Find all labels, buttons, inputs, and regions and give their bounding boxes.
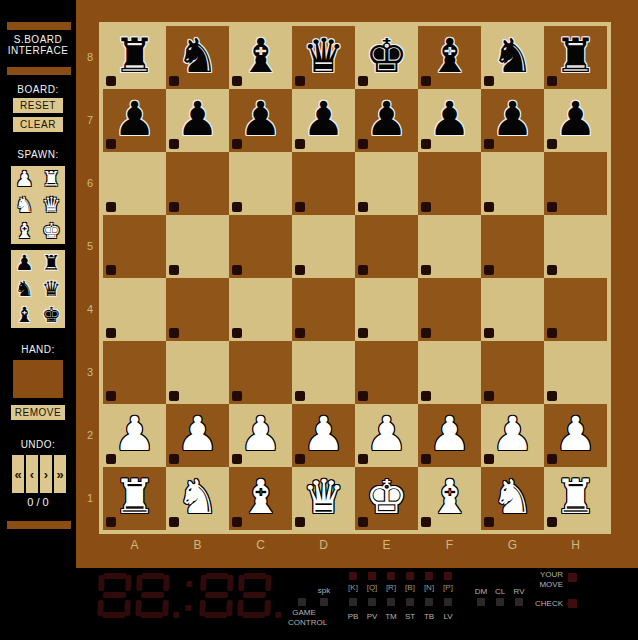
square-h3[interactable]: [544, 341, 607, 404]
title-divider-bottom: [7, 67, 71, 75]
square-marker: [295, 391, 305, 401]
square-d3[interactable]: [292, 341, 355, 404]
square-e7[interactable]: ♟: [355, 89, 418, 152]
square-d4[interactable]: [292, 278, 355, 341]
square-marker: [358, 202, 368, 212]
file-labels: ABCDEFGH: [103, 538, 607, 552]
option-mode-label: PV: [362, 612, 382, 621]
spawn-black-bishop[interactable]: ♝: [11, 302, 38, 328]
clock-digit-1: [97, 573, 132, 618]
square-marker: [106, 202, 116, 212]
square-f6[interactable]: [418, 152, 481, 215]
square-e8[interactable]: ♚: [355, 26, 418, 89]
spawn-piece-glyph: ♟: [15, 251, 34, 276]
file-label-a: A: [103, 538, 166, 552]
square-f4[interactable]: [418, 278, 481, 341]
spawn-piece-glyph: ♝: [15, 219, 34, 244]
square-b7[interactable]: ♟: [166, 89, 229, 152]
spawn-black-knight[interactable]: ♞: [11, 276, 38, 302]
option-led-gray-tm: [387, 598, 395, 606]
clock-display: [97, 573, 286, 618]
undo-section-label: UNDO:: [0, 439, 76, 450]
app-title-line2: INTERFACE: [0, 45, 76, 56]
spawn-piece-glyph: ♛: [42, 193, 61, 218]
file-label-c: C: [229, 538, 292, 552]
rank-label-5: 5: [84, 215, 96, 278]
square-b4[interactable]: [166, 278, 229, 341]
option-piece-label: [B]: [400, 583, 420, 592]
option-column-pv: [Q]PV: [362, 568, 382, 628]
square-b2[interactable]: ♟: [166, 404, 229, 467]
spawn-section-label: SPAWN:: [0, 149, 76, 160]
square-c8[interactable]: ♝: [229, 26, 292, 89]
option-mode-label: LV: [438, 612, 458, 621]
square-c5[interactable]: [229, 215, 292, 278]
your-move-label-line2: MOVE: [523, 580, 563, 589]
square-marker: [106, 391, 116, 401]
piece-white-knight[interactable]: ♞: [481, 467, 544, 530]
square-b6[interactable]: [166, 152, 229, 215]
square-marker: [421, 391, 431, 401]
spawn-palette-white: ♟♜♞♛♝♚: [11, 166, 65, 244]
square-b3[interactable]: [166, 341, 229, 404]
spawn-piece-glyph: ♞: [15, 193, 34, 218]
reset-button[interactable]: RESET: [13, 98, 63, 113]
piece-white-knight[interactable]: ♞: [166, 467, 229, 530]
option-column-st: [B]ST: [400, 568, 420, 628]
square-g2[interactable]: ♟: [481, 404, 544, 467]
square-marker: [358, 328, 368, 338]
mode-label-dm: DM: [471, 587, 491, 596]
check-label: CHECK: [523, 599, 563, 608]
piece-black-knight[interactable]: ♞: [166, 26, 229, 89]
square-c4[interactable]: [229, 278, 292, 341]
piece-white-pawn[interactable]: ♟: [481, 404, 544, 467]
rank-labels: 87654321: [84, 26, 96, 530]
game-control-label-line1: GAME: [288, 608, 320, 617]
square-b1[interactable]: ♞: [166, 467, 229, 530]
square-marker: [232, 391, 242, 401]
piece-white-pawn[interactable]: ♟: [355, 404, 418, 467]
option-led-gray-pv: [368, 598, 376, 606]
square-d7[interactable]: ♟: [292, 89, 355, 152]
clock-digit-4: [237, 573, 272, 618]
square-g3[interactable]: [481, 341, 544, 404]
square-marker: [484, 265, 494, 275]
square-h7[interactable]: ♟: [544, 89, 607, 152]
piece-black-pawn[interactable]: ♟: [355, 89, 418, 152]
spawn-piece-glyph: ♛: [42, 277, 61, 302]
square-a7[interactable]: ♟: [103, 89, 166, 152]
spawn-black-pawn[interactable]: ♟: [11, 250, 38, 276]
option-led-red-tb: [425, 572, 433, 580]
square-marker: [484, 391, 494, 401]
piece-black-knight[interactable]: ♞: [481, 26, 544, 89]
game-control-led: [298, 598, 306, 606]
square-c2[interactable]: ♟: [229, 404, 292, 467]
square-d1[interactable]: ♛: [292, 467, 355, 530]
square-e4[interactable]: [355, 278, 418, 341]
square-h2[interactable]: ♟: [544, 404, 607, 467]
option-column-tm: [R]TM: [381, 568, 401, 628]
square-f2[interactable]: ♟: [418, 404, 481, 467]
square-f5[interactable]: [418, 215, 481, 278]
square-f7[interactable]: ♟: [418, 89, 481, 152]
app-title: S.BOARD INTERFACE: [0, 34, 76, 56]
piece-white-bishop[interactable]: ♝: [418, 467, 481, 530]
option-column-tb: [N]TB: [419, 568, 439, 628]
square-marker: [106, 328, 116, 338]
chess-board-interface: S.BOARD INTERFACE BOARD: RESET CLEAR SPA…: [0, 0, 638, 640]
remove-button[interactable]: REMOVE: [11, 405, 65, 420]
square-marker: [169, 391, 179, 401]
square-marker: [421, 202, 431, 212]
spawn-white-knight[interactable]: ♞: [11, 192, 38, 218]
option-piece-label: [Q]: [362, 583, 382, 592]
square-a8[interactable]: ♜: [103, 26, 166, 89]
square-c3[interactable]: [229, 341, 292, 404]
piece-white-bishop[interactable]: ♝: [229, 467, 292, 530]
option-mode-label: ST: [400, 612, 420, 621]
piece-white-rook[interactable]: ♜: [103, 467, 166, 530]
piece-black-pawn[interactable]: ♟: [229, 89, 292, 152]
clock-decimal-dot: [173, 573, 182, 618]
file-label-e: E: [355, 538, 418, 552]
clock-decimal-dot: [275, 573, 284, 618]
spawn-piece-glyph: ♞: [15, 277, 34, 302]
square-marker: [358, 391, 368, 401]
piece-black-bishop[interactable]: ♝: [229, 26, 292, 89]
title-divider-top: [7, 22, 71, 30]
square-d8[interactable]: ♛: [292, 26, 355, 89]
board-section-label: BOARD:: [0, 84, 76, 95]
square-a6[interactable]: [103, 152, 166, 215]
square-c6[interactable]: [229, 152, 292, 215]
rank-label-7: 7: [84, 89, 96, 152]
undo-controls: «‹›»: [12, 455, 66, 493]
square-c1[interactable]: ♝: [229, 467, 292, 530]
square-c7[interactable]: ♟: [229, 89, 292, 152]
square-f8[interactable]: ♝: [418, 26, 481, 89]
square-marker: [169, 202, 179, 212]
square-a2[interactable]: ♟: [103, 404, 166, 467]
piece-black-rook[interactable]: ♜: [103, 26, 166, 89]
file-label-d: D: [292, 538, 355, 552]
square-marker: [421, 265, 431, 275]
game-control-label-line2: CONTROL: [288, 618, 320, 627]
piece-white-pawn[interactable]: ♟: [103, 404, 166, 467]
piece-black-king[interactable]: ♚: [355, 26, 418, 89]
square-a3[interactable]: [103, 341, 166, 404]
mode-column-dm: DM: [471, 568, 491, 612]
undo-button[interactable]: ‹: [26, 455, 38, 493]
square-marker: [547, 391, 557, 401]
square-marker: [232, 328, 242, 338]
piece-white-pawn[interactable]: ♟: [229, 404, 292, 467]
option-led-gray-pb: [349, 598, 357, 606]
board-panel: 87654321 ♜♞♝♛♚♝♞♜♟♟♟♟♟♟♟♟♟♟♟♟♟♟♟♟♜♞♝♛♚♝♞…: [76, 0, 638, 568]
console: GAME CONTROL spk [K]PB[Q]PV[R]TM[B]ST[N]…: [0, 568, 638, 640]
square-g4[interactable]: [481, 278, 544, 341]
spawn-palette-black: ♟♜♞♛♝♚: [11, 250, 65, 328]
square-e6[interactable]: [355, 152, 418, 215]
square-g8[interactable]: ♞: [481, 26, 544, 89]
square-marker: [232, 265, 242, 275]
spawn-piece-glyph: ♜: [42, 251, 61, 276]
spawn-white-rook[interactable]: ♜: [38, 166, 65, 192]
square-marker: [169, 328, 179, 338]
your-move-label-line1: YOUR: [523, 570, 563, 579]
square-marker: [547, 328, 557, 338]
option-mode-label: TM: [381, 612, 401, 621]
spawn-piece-glyph: ♟: [15, 167, 34, 192]
spawn-piece-glyph: ♝: [15, 303, 34, 328]
square-e1[interactable]: ♚: [355, 467, 418, 530]
piece-white-queen[interactable]: ♛: [292, 467, 355, 530]
rank-label-3: 3: [84, 341, 96, 404]
mode-column-cl: CL: [490, 568, 510, 612]
spawn-white-pawn[interactable]: ♟: [11, 166, 38, 192]
option-mode-label: PB: [343, 612, 363, 621]
piece-white-pawn[interactable]: ♟: [544, 404, 607, 467]
file-label-h: H: [544, 538, 607, 552]
square-f3[interactable]: [418, 341, 481, 404]
mode-led-cl: [496, 598, 504, 606]
speaker-label: spk: [314, 586, 334, 595]
spawn-piece-glyph: ♚: [42, 303, 61, 328]
square-marker: [484, 202, 494, 212]
spawn-piece-glyph: ♜: [42, 167, 61, 192]
square-e2[interactable]: ♟: [355, 404, 418, 467]
hand-section-label: HAND:: [0, 344, 76, 355]
spawn-white-queen[interactable]: ♛: [38, 192, 65, 218]
spawn-white-king[interactable]: ♚: [38, 218, 65, 244]
spawn-piece-glyph: ♚: [42, 219, 61, 244]
option-piece-label: [P]: [438, 583, 458, 592]
piece-white-pawn[interactable]: ♟: [418, 404, 481, 467]
clear-button[interactable]: CLEAR: [13, 117, 63, 132]
option-piece-label: [K]: [343, 583, 363, 592]
piece-black-pawn[interactable]: ♟: [292, 89, 355, 152]
spawn-white-bishop[interactable]: ♝: [11, 218, 38, 244]
your-move-led: [568, 573, 577, 582]
option-piece-label: [N]: [419, 583, 439, 592]
square-marker: [295, 265, 305, 275]
square-marker: [547, 202, 557, 212]
rank-label-4: 4: [84, 278, 96, 341]
square-h8[interactable]: ♜: [544, 26, 607, 89]
piece-white-pawn[interactable]: ♟: [166, 404, 229, 467]
file-label-f: F: [418, 538, 481, 552]
option-piece-label: [R]: [381, 583, 401, 592]
piece-black-pawn[interactable]: ♟: [544, 89, 607, 152]
undo-counter: 0 / 0: [0, 496, 76, 508]
clock-colon: [182, 573, 196, 618]
square-marker: [358, 265, 368, 275]
option-column-pb: [K]PB: [343, 568, 363, 628]
square-marker: [484, 328, 494, 338]
option-led-red-pv: [368, 572, 376, 580]
square-g5[interactable]: [481, 215, 544, 278]
square-d2[interactable]: ♟: [292, 404, 355, 467]
square-h1[interactable]: ♜: [544, 467, 607, 530]
piece-black-pawn[interactable]: ♟: [418, 89, 481, 152]
piece-black-pawn[interactable]: ♟: [103, 89, 166, 152]
option-led-red-st: [406, 572, 414, 580]
square-marker: [421, 328, 431, 338]
speaker-led: [320, 598, 328, 606]
square-marker: [547, 265, 557, 275]
option-led-red-lv: [444, 572, 452, 580]
option-mode-label: TB: [419, 612, 439, 621]
square-marker: [232, 202, 242, 212]
square-h6[interactable]: [544, 152, 607, 215]
piece-black-bishop[interactable]: ♝: [418, 26, 481, 89]
square-d6[interactable]: [292, 152, 355, 215]
square-f1[interactable]: ♝: [418, 467, 481, 530]
piece-black-pawn[interactable]: ♟: [166, 89, 229, 152]
redo-all-button[interactable]: »: [54, 455, 66, 493]
square-marker: [169, 265, 179, 275]
option-led-red-pb: [349, 572, 357, 580]
clock-digit-2: [135, 573, 170, 618]
chess-board: ♜♞♝♛♚♝♞♜♟♟♟♟♟♟♟♟♟♟♟♟♟♟♟♟♜♞♝♛♚♝♞♜: [99, 22, 611, 534]
piece-white-pawn[interactable]: ♟: [292, 404, 355, 467]
clock-digit-3: [199, 573, 234, 618]
hand-slot[interactable]: [13, 360, 63, 398]
piece-white-rook[interactable]: ♜: [544, 467, 607, 530]
piece-black-rook[interactable]: ♜: [544, 26, 607, 89]
spawn-black-queen[interactable]: ♛: [38, 276, 65, 302]
square-h4[interactable]: [544, 278, 607, 341]
mode-label-cl: CL: [490, 587, 510, 596]
square-marker: [295, 328, 305, 338]
rank-label-6: 6: [84, 152, 96, 215]
option-led-gray-st: [406, 598, 414, 606]
option-led-red-tm: [387, 572, 395, 580]
square-marker: [295, 202, 305, 212]
piece-black-queen[interactable]: ♛: [292, 26, 355, 89]
redo-button[interactable]: ›: [40, 455, 52, 493]
mode-led-rv: [515, 598, 523, 606]
file-label-b: B: [166, 538, 229, 552]
square-h5[interactable]: [544, 215, 607, 278]
option-led-gray-lv: [444, 598, 452, 606]
rank-label-8: 8: [84, 26, 96, 89]
square-g1[interactable]: ♞: [481, 467, 544, 530]
mode-led-dm: [477, 598, 485, 606]
file-label-g: G: [481, 538, 544, 552]
square-a1[interactable]: ♜: [103, 467, 166, 530]
piece-black-pawn[interactable]: ♟: [481, 89, 544, 152]
square-a5[interactable]: [103, 215, 166, 278]
sidebar-divider-bottom: [7, 521, 71, 529]
spawn-black-king[interactable]: ♚: [38, 302, 65, 328]
undo-all-button[interactable]: «: [12, 455, 24, 493]
square-e3[interactable]: [355, 341, 418, 404]
square-g6[interactable]: [481, 152, 544, 215]
square-e5[interactable]: [355, 215, 418, 278]
rank-label-2: 2: [84, 404, 96, 467]
rank-label-1: 1: [84, 467, 96, 530]
square-g7[interactable]: ♟: [481, 89, 544, 152]
option-column-lv: [P]LV: [438, 568, 458, 628]
app-title-line1: S.BOARD: [0, 34, 76, 45]
square-a4[interactable]: [103, 278, 166, 341]
sidebar: S.BOARD INTERFACE BOARD: RESET CLEAR SPA…: [0, 0, 76, 640]
check-led: [568, 599, 577, 608]
square-marker: [106, 265, 116, 275]
piece-white-king[interactable]: ♚: [355, 467, 418, 530]
spawn-black-rook[interactable]: ♜: [38, 250, 65, 276]
option-led-gray-tb: [425, 598, 433, 606]
square-b8[interactable]: ♞: [166, 26, 229, 89]
square-b5[interactable]: [166, 215, 229, 278]
square-d5[interactable]: [292, 215, 355, 278]
